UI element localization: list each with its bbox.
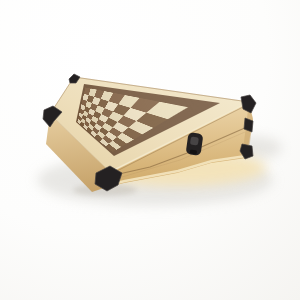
latch-group xyxy=(186,132,204,156)
corner-protector-west xyxy=(43,106,62,127)
latch-highlight xyxy=(190,136,199,145)
corner-protector-mid-right xyxy=(244,118,253,132)
corner-protector-back xyxy=(69,74,80,83)
corner-protector-bottom-right xyxy=(240,144,253,159)
corner-protector-east xyxy=(241,95,256,113)
corner-protector-front-left xyxy=(95,166,122,191)
product-photo xyxy=(0,0,300,300)
box-hardware xyxy=(0,0,300,300)
box-latch xyxy=(186,132,204,156)
corner-protectors xyxy=(43,74,256,191)
